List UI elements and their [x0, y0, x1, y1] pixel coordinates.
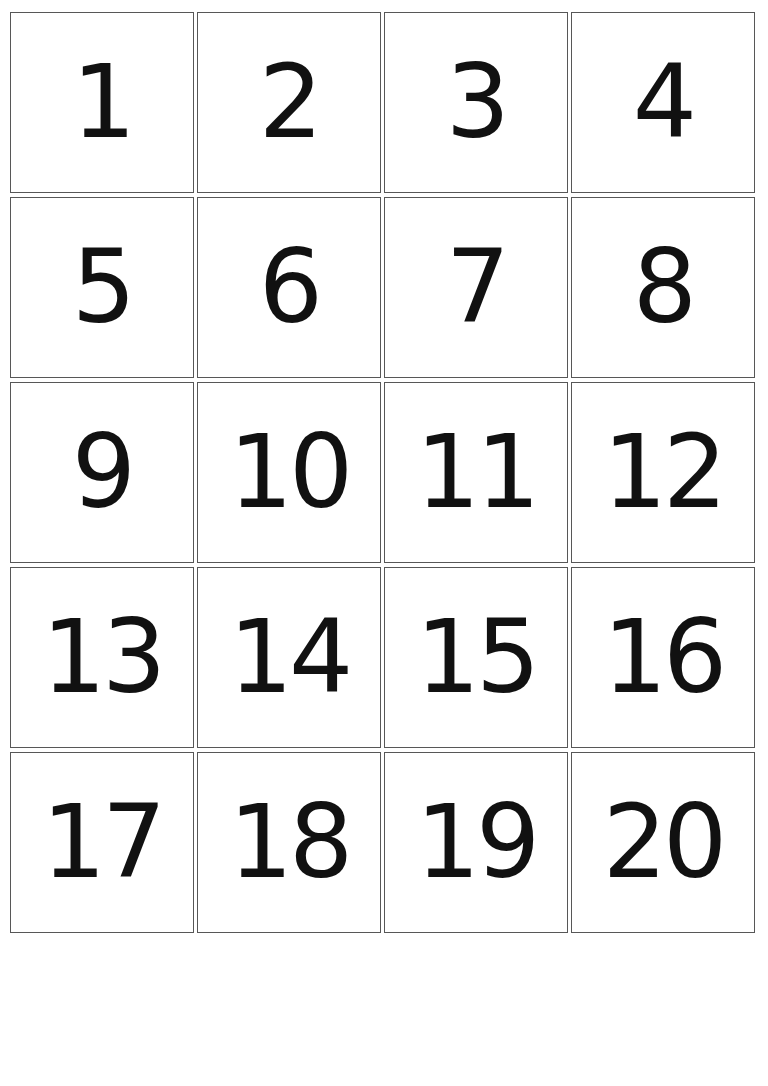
number-card: 18: [197, 752, 381, 933]
number-card: 8: [571, 197, 755, 378]
card-number-label: 4: [633, 52, 693, 153]
number-card: 19: [384, 752, 568, 933]
number-card: 12: [571, 382, 755, 563]
number-card: 1: [10, 12, 194, 193]
card-number-label: 10: [229, 422, 350, 523]
card-number-label: 20: [603, 792, 724, 893]
number-card: 7: [384, 197, 568, 378]
card-number-label: 6: [259, 237, 319, 338]
card-number-label: 18: [229, 792, 350, 893]
number-card: 11: [384, 382, 568, 563]
card-number-label: 11: [416, 422, 537, 523]
card-number-label: 9: [72, 422, 132, 523]
number-card: 14: [197, 567, 381, 748]
card-number-label: 8: [633, 237, 693, 338]
card-number-label: 5: [72, 237, 132, 338]
number-cards-grid: 1234567891011121314151617181920: [10, 12, 755, 933]
card-number-label: 13: [42, 607, 163, 708]
number-card: 15: [384, 567, 568, 748]
card-number-label: 16: [603, 607, 724, 708]
card-number-label: 3: [446, 52, 506, 153]
card-number-label: 12: [603, 422, 724, 523]
number-card: 5: [10, 197, 194, 378]
number-card: 2: [197, 12, 381, 193]
number-card: 16: [571, 567, 755, 748]
card-number-label: 15: [416, 607, 537, 708]
card-number-label: 17: [42, 792, 163, 893]
number-card: 20: [571, 752, 755, 933]
number-card: 4: [571, 12, 755, 193]
number-card: 10: [197, 382, 381, 563]
number-card: 17: [10, 752, 194, 933]
card-number-label: 7: [446, 237, 506, 338]
number-card: 6: [197, 197, 381, 378]
number-card: 13: [10, 567, 194, 748]
card-number-label: 2: [259, 52, 319, 153]
number-card: 9: [10, 382, 194, 563]
card-number-label: 19: [416, 792, 537, 893]
card-number-label: 1: [72, 52, 132, 153]
card-number-label: 14: [229, 607, 350, 708]
number-card: 3: [384, 12, 568, 193]
